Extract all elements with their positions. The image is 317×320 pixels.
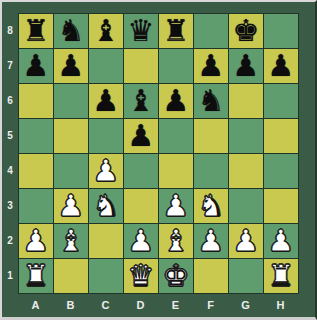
rank-label-3: 3 bbox=[2, 188, 18, 223]
file-label-g: G bbox=[228, 296, 263, 313]
square-c8[interactable]: ♝ bbox=[89, 14, 123, 48]
rank-label-6: 6 bbox=[2, 83, 18, 118]
square-h8[interactable] bbox=[264, 14, 298, 48]
file-label-h: H bbox=[263, 296, 298, 313]
square-d8[interactable]: ♛ bbox=[124, 14, 158, 48]
piece-white-bishop[interactable]: ♝ bbox=[163, 224, 190, 258]
square-a7[interactable]: ♟ bbox=[19, 49, 53, 83]
square-a1[interactable]: ♜ bbox=[19, 259, 53, 293]
square-c4[interactable]: ♟ bbox=[89, 154, 123, 188]
piece-black-bishop[interactable]: ♝ bbox=[93, 14, 120, 48]
piece-black-pawn[interactable]: ♟ bbox=[128, 119, 155, 153]
square-a3[interactable] bbox=[19, 189, 53, 223]
piece-white-bishop[interactable]: ♝ bbox=[58, 224, 85, 258]
chess-board[interactable]: ♜♞♝♛♜♚♟♟♟♟♟♟♝♟♞♟♟♟♞♟♞♟♝♟♝♟♟♟♜♛♚♜ bbox=[18, 13, 299, 294]
square-e4[interactable] bbox=[159, 154, 193, 188]
square-g3[interactable] bbox=[229, 189, 263, 223]
square-g4[interactable] bbox=[229, 154, 263, 188]
square-h2[interactable]: ♟ bbox=[264, 224, 298, 258]
square-b2[interactable]: ♝ bbox=[54, 224, 88, 258]
piece-black-pawn[interactable]: ♟ bbox=[198, 49, 225, 83]
square-h5[interactable] bbox=[264, 119, 298, 153]
square-e3[interactable]: ♟ bbox=[159, 189, 193, 223]
square-f3[interactable]: ♞ bbox=[194, 189, 228, 223]
square-b1[interactable] bbox=[54, 259, 88, 293]
piece-white-rook[interactable]: ♜ bbox=[23, 259, 50, 293]
square-e5[interactable] bbox=[159, 119, 193, 153]
piece-white-pawn[interactable]: ♟ bbox=[163, 189, 190, 223]
piece-black-pawn[interactable]: ♟ bbox=[233, 49, 260, 83]
piece-white-knight[interactable]: ♞ bbox=[198, 189, 225, 223]
rank-label-7: 7 bbox=[2, 48, 18, 83]
piece-black-rook[interactable]: ♜ bbox=[163, 14, 190, 48]
rank-label-8: 8 bbox=[2, 13, 18, 48]
square-f1[interactable] bbox=[194, 259, 228, 293]
square-f8[interactable] bbox=[194, 14, 228, 48]
square-a8[interactable]: ♜ bbox=[19, 14, 53, 48]
square-a6[interactable] bbox=[19, 84, 53, 118]
piece-white-pawn[interactable]: ♟ bbox=[58, 189, 85, 223]
piece-black-pawn[interactable]: ♟ bbox=[163, 84, 190, 118]
file-label-a: A bbox=[18, 296, 53, 313]
file-label-d: D bbox=[123, 296, 158, 313]
chess-diagram: 87654321 ♜♞♝♛♜♚♟♟♟♟♟♟♝♟♞♟♟♟♞♟♞♟♝♟♝♟♟♟♜♛♚… bbox=[0, 0, 317, 320]
piece-black-pawn[interactable]: ♟ bbox=[23, 49, 50, 83]
piece-white-knight[interactable]: ♞ bbox=[93, 189, 120, 223]
square-f2[interactable]: ♟ bbox=[194, 224, 228, 258]
square-b6[interactable] bbox=[54, 84, 88, 118]
file-label-b: B bbox=[53, 296, 88, 313]
rank-label-1: 1 bbox=[2, 258, 18, 293]
piece-black-rook[interactable]: ♜ bbox=[23, 14, 50, 48]
square-g1[interactable] bbox=[229, 259, 263, 293]
square-e8[interactable]: ♜ bbox=[159, 14, 193, 48]
square-f5[interactable] bbox=[194, 119, 228, 153]
rank-labels: 87654321 bbox=[2, 13, 18, 294]
piece-white-pawn[interactable]: ♟ bbox=[128, 224, 155, 258]
file-labels: ABCDEFGH bbox=[18, 296, 299, 313]
file-label-f: F bbox=[193, 296, 228, 313]
square-g7[interactable]: ♟ bbox=[229, 49, 263, 83]
rank-label-5: 5 bbox=[2, 118, 18, 153]
square-e7[interactable] bbox=[159, 49, 193, 83]
square-c6[interactable]: ♟ bbox=[89, 84, 123, 118]
square-g8[interactable]: ♚ bbox=[229, 14, 263, 48]
piece-black-knight[interactable]: ♞ bbox=[198, 84, 225, 118]
square-c5[interactable] bbox=[89, 119, 123, 153]
piece-black-knight[interactable]: ♞ bbox=[58, 14, 85, 48]
square-f6[interactable]: ♞ bbox=[194, 84, 228, 118]
square-b4[interactable] bbox=[54, 154, 88, 188]
square-b8[interactable]: ♞ bbox=[54, 14, 88, 48]
square-d7[interactable] bbox=[124, 49, 158, 83]
piece-white-pawn[interactable]: ♟ bbox=[233, 224, 260, 258]
square-h4[interactable] bbox=[264, 154, 298, 188]
piece-black-king[interactable]: ♚ bbox=[233, 14, 260, 48]
square-e2[interactable]: ♝ bbox=[159, 224, 193, 258]
file-label-e: E bbox=[158, 296, 193, 313]
piece-white-pawn[interactable]: ♟ bbox=[23, 224, 50, 258]
square-a4[interactable] bbox=[19, 154, 53, 188]
square-d2[interactable]: ♟ bbox=[124, 224, 158, 258]
square-g6[interactable] bbox=[229, 84, 263, 118]
square-e6[interactable]: ♟ bbox=[159, 84, 193, 118]
square-f4[interactable] bbox=[194, 154, 228, 188]
rank-label-4: 4 bbox=[2, 153, 18, 188]
rank-label-2: 2 bbox=[2, 223, 18, 258]
square-d5[interactable]: ♟ bbox=[124, 119, 158, 153]
square-c1[interactable] bbox=[89, 259, 123, 293]
piece-black-pawn[interactable]: ♟ bbox=[58, 49, 85, 83]
square-b3[interactable]: ♟ bbox=[54, 189, 88, 223]
square-h6[interactable] bbox=[264, 84, 298, 118]
square-g5[interactable] bbox=[229, 119, 263, 153]
piece-black-pawn[interactable]: ♟ bbox=[93, 84, 120, 118]
piece-black-queen[interactable]: ♛ bbox=[128, 14, 155, 48]
square-h3[interactable] bbox=[264, 189, 298, 223]
square-f7[interactable]: ♟ bbox=[194, 49, 228, 83]
piece-white-pawn[interactable]: ♟ bbox=[268, 224, 295, 258]
piece-white-king[interactable]: ♚ bbox=[163, 259, 190, 293]
piece-black-pawn[interactable]: ♟ bbox=[268, 49, 295, 83]
square-e1[interactable]: ♚ bbox=[159, 259, 193, 293]
square-h1[interactable]: ♜ bbox=[264, 259, 298, 293]
square-h7[interactable]: ♟ bbox=[264, 49, 298, 83]
piece-white-pawn[interactable]: ♟ bbox=[198, 224, 225, 258]
piece-white-pawn[interactable]: ♟ bbox=[93, 154, 120, 188]
square-d6[interactable]: ♝ bbox=[124, 84, 158, 118]
square-c2[interactable] bbox=[89, 224, 123, 258]
square-g2[interactable]: ♟ bbox=[229, 224, 263, 258]
square-d1[interactable]: ♛ bbox=[124, 259, 158, 293]
square-b7[interactable]: ♟ bbox=[54, 49, 88, 83]
square-c7[interactable] bbox=[89, 49, 123, 83]
square-a5[interactable] bbox=[19, 119, 53, 153]
square-b5[interactable] bbox=[54, 119, 88, 153]
piece-white-queen[interactable]: ♛ bbox=[128, 259, 155, 293]
square-c3[interactable]: ♞ bbox=[89, 189, 123, 223]
piece-white-rook[interactable]: ♜ bbox=[268, 259, 295, 293]
file-label-c: C bbox=[88, 296, 123, 313]
square-a2[interactable]: ♟ bbox=[19, 224, 53, 258]
piece-black-bishop[interactable]: ♝ bbox=[128, 84, 155, 118]
square-d4[interactable] bbox=[124, 154, 158, 188]
square-d3[interactable] bbox=[124, 189, 158, 223]
